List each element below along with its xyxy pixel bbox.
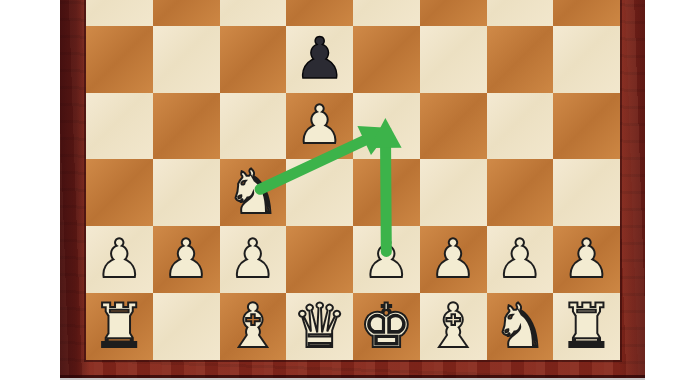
piece-white-pawn-f2[interactable]: ♟ [429, 232, 477, 285]
piece-white-pawn-c2[interactable]: ♟ [229, 232, 277, 285]
square-c6[interactable] [220, 0, 287, 26]
square-c1[interactable]: ♝ [220, 293, 287, 360]
square-h2[interactable]: ♟ [553, 226, 620, 293]
chess-board: ♟♟♞♟♟♟♟♟♟♟♜♝♛♚♝♞♜ [86, 0, 620, 360]
page-background: ♟♟♞♟♟♟♟♟♟♟♜♝♛♚♝♞♜ [0, 0, 686, 386]
square-e1[interactable]: ♚ [353, 293, 420, 360]
piece-white-bishop-c1[interactable]: ♝ [226, 295, 281, 356]
square-d3[interactable] [286, 159, 353, 226]
square-g1[interactable]: ♞ [487, 293, 554, 360]
square-g6[interactable] [487, 0, 554, 26]
square-b2[interactable]: ♟ [153, 226, 220, 293]
piece-white-bishop-f1[interactable]: ♝ [426, 295, 481, 356]
square-f5[interactable] [420, 26, 487, 93]
piece-white-rook-a1[interactable]: ♜ [92, 295, 147, 356]
square-f2[interactable]: ♟ [420, 226, 487, 293]
square-a5[interactable] [86, 26, 153, 93]
square-f3[interactable] [420, 159, 487, 226]
piece-white-king-e1[interactable]: ♚ [359, 295, 414, 356]
chess-board-frame: ♟♟♞♟♟♟♟♟♟♟♜♝♛♚♝♞♜ [60, 0, 645, 378]
piece-white-pawn-e2[interactable]: ♟ [363, 232, 411, 285]
square-a6[interactable] [86, 0, 153, 26]
piece-white-knight-c3[interactable]: ♞ [226, 161, 281, 222]
square-d1[interactable]: ♛ [286, 293, 353, 360]
square-b3[interactable] [153, 159, 220, 226]
square-a2[interactable]: ♟ [86, 226, 153, 293]
piece-white-rook-h1[interactable]: ♜ [559, 295, 614, 356]
square-e5[interactable] [353, 26, 420, 93]
square-d5[interactable]: ♟ [286, 26, 353, 93]
square-e4[interactable] [353, 93, 420, 160]
square-d2[interactable] [286, 226, 353, 293]
piece-white-knight-g1[interactable]: ♞ [493, 295, 548, 356]
piece-white-pawn-a2[interactable]: ♟ [96, 232, 144, 285]
square-h4[interactable] [553, 93, 620, 160]
square-g4[interactable] [487, 93, 554, 160]
square-f4[interactable] [420, 93, 487, 160]
square-d4[interactable]: ♟ [286, 93, 353, 160]
square-a4[interactable] [86, 93, 153, 160]
square-e6[interactable] [353, 0, 420, 26]
square-h6[interactable] [553, 0, 620, 26]
square-f6[interactable] [420, 0, 487, 26]
square-e3[interactable] [353, 159, 420, 226]
square-a3[interactable] [86, 159, 153, 226]
square-b1[interactable] [153, 293, 220, 360]
square-g2[interactable]: ♟ [487, 226, 554, 293]
piece-white-pawn-d4[interactable]: ♟ [296, 98, 344, 151]
piece-white-pawn-h2[interactable]: ♟ [563, 232, 611, 285]
square-a1[interactable]: ♜ [86, 293, 153, 360]
square-h1[interactable]: ♜ [553, 293, 620, 360]
square-g5[interactable] [487, 26, 554, 93]
square-c2[interactable]: ♟ [220, 226, 287, 293]
square-b6[interactable] [153, 0, 220, 26]
square-b5[interactable] [153, 26, 220, 93]
piece-white-pawn-b2[interactable]: ♟ [162, 232, 210, 285]
square-f1[interactable]: ♝ [420, 293, 487, 360]
square-e2[interactable]: ♟ [353, 226, 420, 293]
square-g3[interactable] [487, 159, 554, 226]
square-c3[interactable]: ♞ [220, 159, 287, 226]
square-c5[interactable] [220, 26, 287, 93]
piece-black-pawn-d5[interactable]: ♟ [294, 30, 345, 87]
square-d6[interactable] [286, 0, 353, 26]
square-h3[interactable] [553, 159, 620, 226]
square-h5[interactable] [553, 26, 620, 93]
square-c4[interactable] [220, 93, 287, 160]
square-b4[interactable] [153, 93, 220, 160]
piece-white-queen-d1[interactable]: ♛ [292, 295, 347, 356]
piece-white-pawn-g2[interactable]: ♟ [496, 232, 544, 285]
